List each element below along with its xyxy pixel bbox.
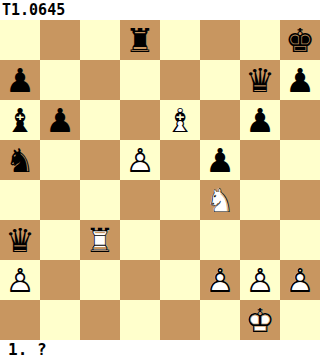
piece-glyph: ♟ bbox=[200, 141, 240, 181]
piece-glyph: ♝ bbox=[0, 101, 40, 141]
piece-glyph: ♛ bbox=[240, 61, 280, 101]
square-f4[interactable]: ♞♘ bbox=[200, 180, 240, 220]
square-b5[interactable] bbox=[40, 140, 80, 180]
square-h2[interactable]: ♟♙ bbox=[280, 260, 320, 300]
piece-glyph: ♞ bbox=[0, 141, 40, 181]
square-d2[interactable] bbox=[120, 260, 160, 300]
chess-puzzle-app: T1.0645 ♜♚♟♛♟♝♟♝♗♟♞♟♙♟♞♘♛♜♖♟♙♟♙♟♙♟♙♚♔ 1.… bbox=[0, 0, 320, 360]
square-a8[interactable] bbox=[0, 20, 40, 60]
square-b6[interactable]: ♟ bbox=[40, 100, 80, 140]
square-b7[interactable] bbox=[40, 60, 80, 100]
piece-white-pawn: ♟♙ bbox=[280, 260, 320, 300]
piece-black-king: ♚ bbox=[280, 20, 320, 60]
square-g1[interactable]: ♚♔ bbox=[240, 300, 280, 340]
square-h4[interactable] bbox=[280, 180, 320, 220]
square-b3[interactable] bbox=[40, 220, 80, 260]
square-e1[interactable] bbox=[160, 300, 200, 340]
puzzle-id: T1.0645 bbox=[0, 0, 65, 20]
square-c1[interactable] bbox=[80, 300, 120, 340]
square-c7[interactable] bbox=[80, 60, 120, 100]
piece-white-king: ♚♔ bbox=[240, 300, 280, 340]
square-a5[interactable]: ♞ bbox=[0, 140, 40, 180]
puzzle-header: T1.0645 bbox=[0, 0, 320, 20]
square-d8[interactable]: ♜ bbox=[120, 20, 160, 60]
piece-white-pawn: ♟♙ bbox=[240, 260, 280, 300]
square-e5[interactable] bbox=[160, 140, 200, 180]
square-h3[interactable] bbox=[280, 220, 320, 260]
move-prompt: 1. ? bbox=[0, 340, 47, 360]
square-d5[interactable]: ♟♙ bbox=[120, 140, 160, 180]
piece-black-pawn: ♟ bbox=[200, 140, 240, 180]
square-h5[interactable] bbox=[280, 140, 320, 180]
piece-outline: ♘ bbox=[200, 181, 240, 221]
square-e6[interactable]: ♝♗ bbox=[160, 100, 200, 140]
piece-glyph: ♟ bbox=[240, 101, 280, 141]
square-g7[interactable]: ♛ bbox=[240, 60, 280, 100]
square-g8[interactable] bbox=[240, 20, 280, 60]
square-d4[interactable] bbox=[120, 180, 160, 220]
square-a2[interactable]: ♟♙ bbox=[0, 260, 40, 300]
piece-glyph: ♟ bbox=[280, 61, 320, 101]
piece-white-pawn: ♟♙ bbox=[200, 260, 240, 300]
piece-white-pawn: ♟♙ bbox=[120, 140, 160, 180]
piece-white-knight: ♞♘ bbox=[200, 180, 240, 220]
piece-black-pawn: ♟ bbox=[40, 100, 80, 140]
square-h7[interactable]: ♟ bbox=[280, 60, 320, 100]
square-d6[interactable] bbox=[120, 100, 160, 140]
square-d7[interactable] bbox=[120, 60, 160, 100]
square-a1[interactable] bbox=[0, 300, 40, 340]
piece-black-queen: ♛ bbox=[0, 220, 40, 260]
chess-board: ♜♚♟♛♟♝♟♝♗♟♞♟♙♟♞♘♛♜♖♟♙♟♙♟♙♟♙♚♔ bbox=[0, 20, 320, 340]
square-e7[interactable] bbox=[160, 60, 200, 100]
square-h6[interactable] bbox=[280, 100, 320, 140]
piece-outline: ♙ bbox=[240, 261, 280, 301]
piece-white-pawn: ♟♙ bbox=[0, 260, 40, 300]
square-f1[interactable] bbox=[200, 300, 240, 340]
square-g6[interactable]: ♟ bbox=[240, 100, 280, 140]
piece-glyph: ♚ bbox=[280, 21, 320, 61]
square-b8[interactable] bbox=[40, 20, 80, 60]
square-f3[interactable] bbox=[200, 220, 240, 260]
piece-outline: ♗ bbox=[160, 101, 200, 141]
square-a7[interactable]: ♟ bbox=[0, 60, 40, 100]
piece-glyph: ♛ bbox=[0, 221, 40, 261]
piece-white-bishop: ♝♗ bbox=[160, 100, 200, 140]
square-b2[interactable] bbox=[40, 260, 80, 300]
piece-outline: ♖ bbox=[80, 221, 120, 261]
square-f6[interactable] bbox=[200, 100, 240, 140]
piece-black-bishop: ♝ bbox=[0, 100, 40, 140]
square-a3[interactable]: ♛ bbox=[0, 220, 40, 260]
square-g4[interactable] bbox=[240, 180, 280, 220]
piece-black-knight: ♞ bbox=[0, 140, 40, 180]
square-a6[interactable]: ♝ bbox=[0, 100, 40, 140]
piece-white-rook: ♜♖ bbox=[80, 220, 120, 260]
square-b1[interactable] bbox=[40, 300, 80, 340]
square-h1[interactable] bbox=[280, 300, 320, 340]
piece-black-queen: ♛ bbox=[240, 60, 280, 100]
square-e2[interactable] bbox=[160, 260, 200, 300]
move-prompt-bar: 1. ? bbox=[0, 340, 320, 360]
piece-black-pawn: ♟ bbox=[0, 60, 40, 100]
square-f8[interactable] bbox=[200, 20, 240, 60]
piece-glyph: ♟ bbox=[40, 101, 80, 141]
piece-outline: ♙ bbox=[120, 141, 160, 181]
square-e3[interactable] bbox=[160, 220, 200, 260]
square-c8[interactable] bbox=[80, 20, 120, 60]
square-g5[interactable] bbox=[240, 140, 280, 180]
square-b4[interactable] bbox=[40, 180, 80, 220]
piece-outline: ♙ bbox=[200, 261, 240, 301]
square-c2[interactable] bbox=[80, 260, 120, 300]
square-d3[interactable] bbox=[120, 220, 160, 260]
square-c5[interactable] bbox=[80, 140, 120, 180]
square-a4[interactable] bbox=[0, 180, 40, 220]
square-g2[interactable]: ♟♙ bbox=[240, 260, 280, 300]
piece-black-pawn: ♟ bbox=[240, 100, 280, 140]
piece-outline: ♙ bbox=[0, 261, 40, 301]
square-f7[interactable] bbox=[200, 60, 240, 100]
square-c3[interactable]: ♜♖ bbox=[80, 220, 120, 260]
piece-outline: ♙ bbox=[280, 261, 320, 301]
piece-black-rook: ♜ bbox=[120, 20, 160, 60]
square-g3[interactable] bbox=[240, 220, 280, 260]
square-c4[interactable] bbox=[80, 180, 120, 220]
piece-glyph: ♜ bbox=[120, 21, 160, 61]
square-h8[interactable]: ♚ bbox=[280, 20, 320, 60]
piece-outline: ♔ bbox=[240, 301, 280, 341]
square-d1[interactable] bbox=[120, 300, 160, 340]
piece-glyph: ♟ bbox=[0, 61, 40, 101]
square-f2[interactable]: ♟♙ bbox=[200, 260, 240, 300]
square-e8[interactable] bbox=[160, 20, 200, 60]
square-c6[interactable] bbox=[80, 100, 120, 140]
piece-black-pawn: ♟ bbox=[280, 60, 320, 100]
square-e4[interactable] bbox=[160, 180, 200, 220]
square-f5[interactable]: ♟ bbox=[200, 140, 240, 180]
